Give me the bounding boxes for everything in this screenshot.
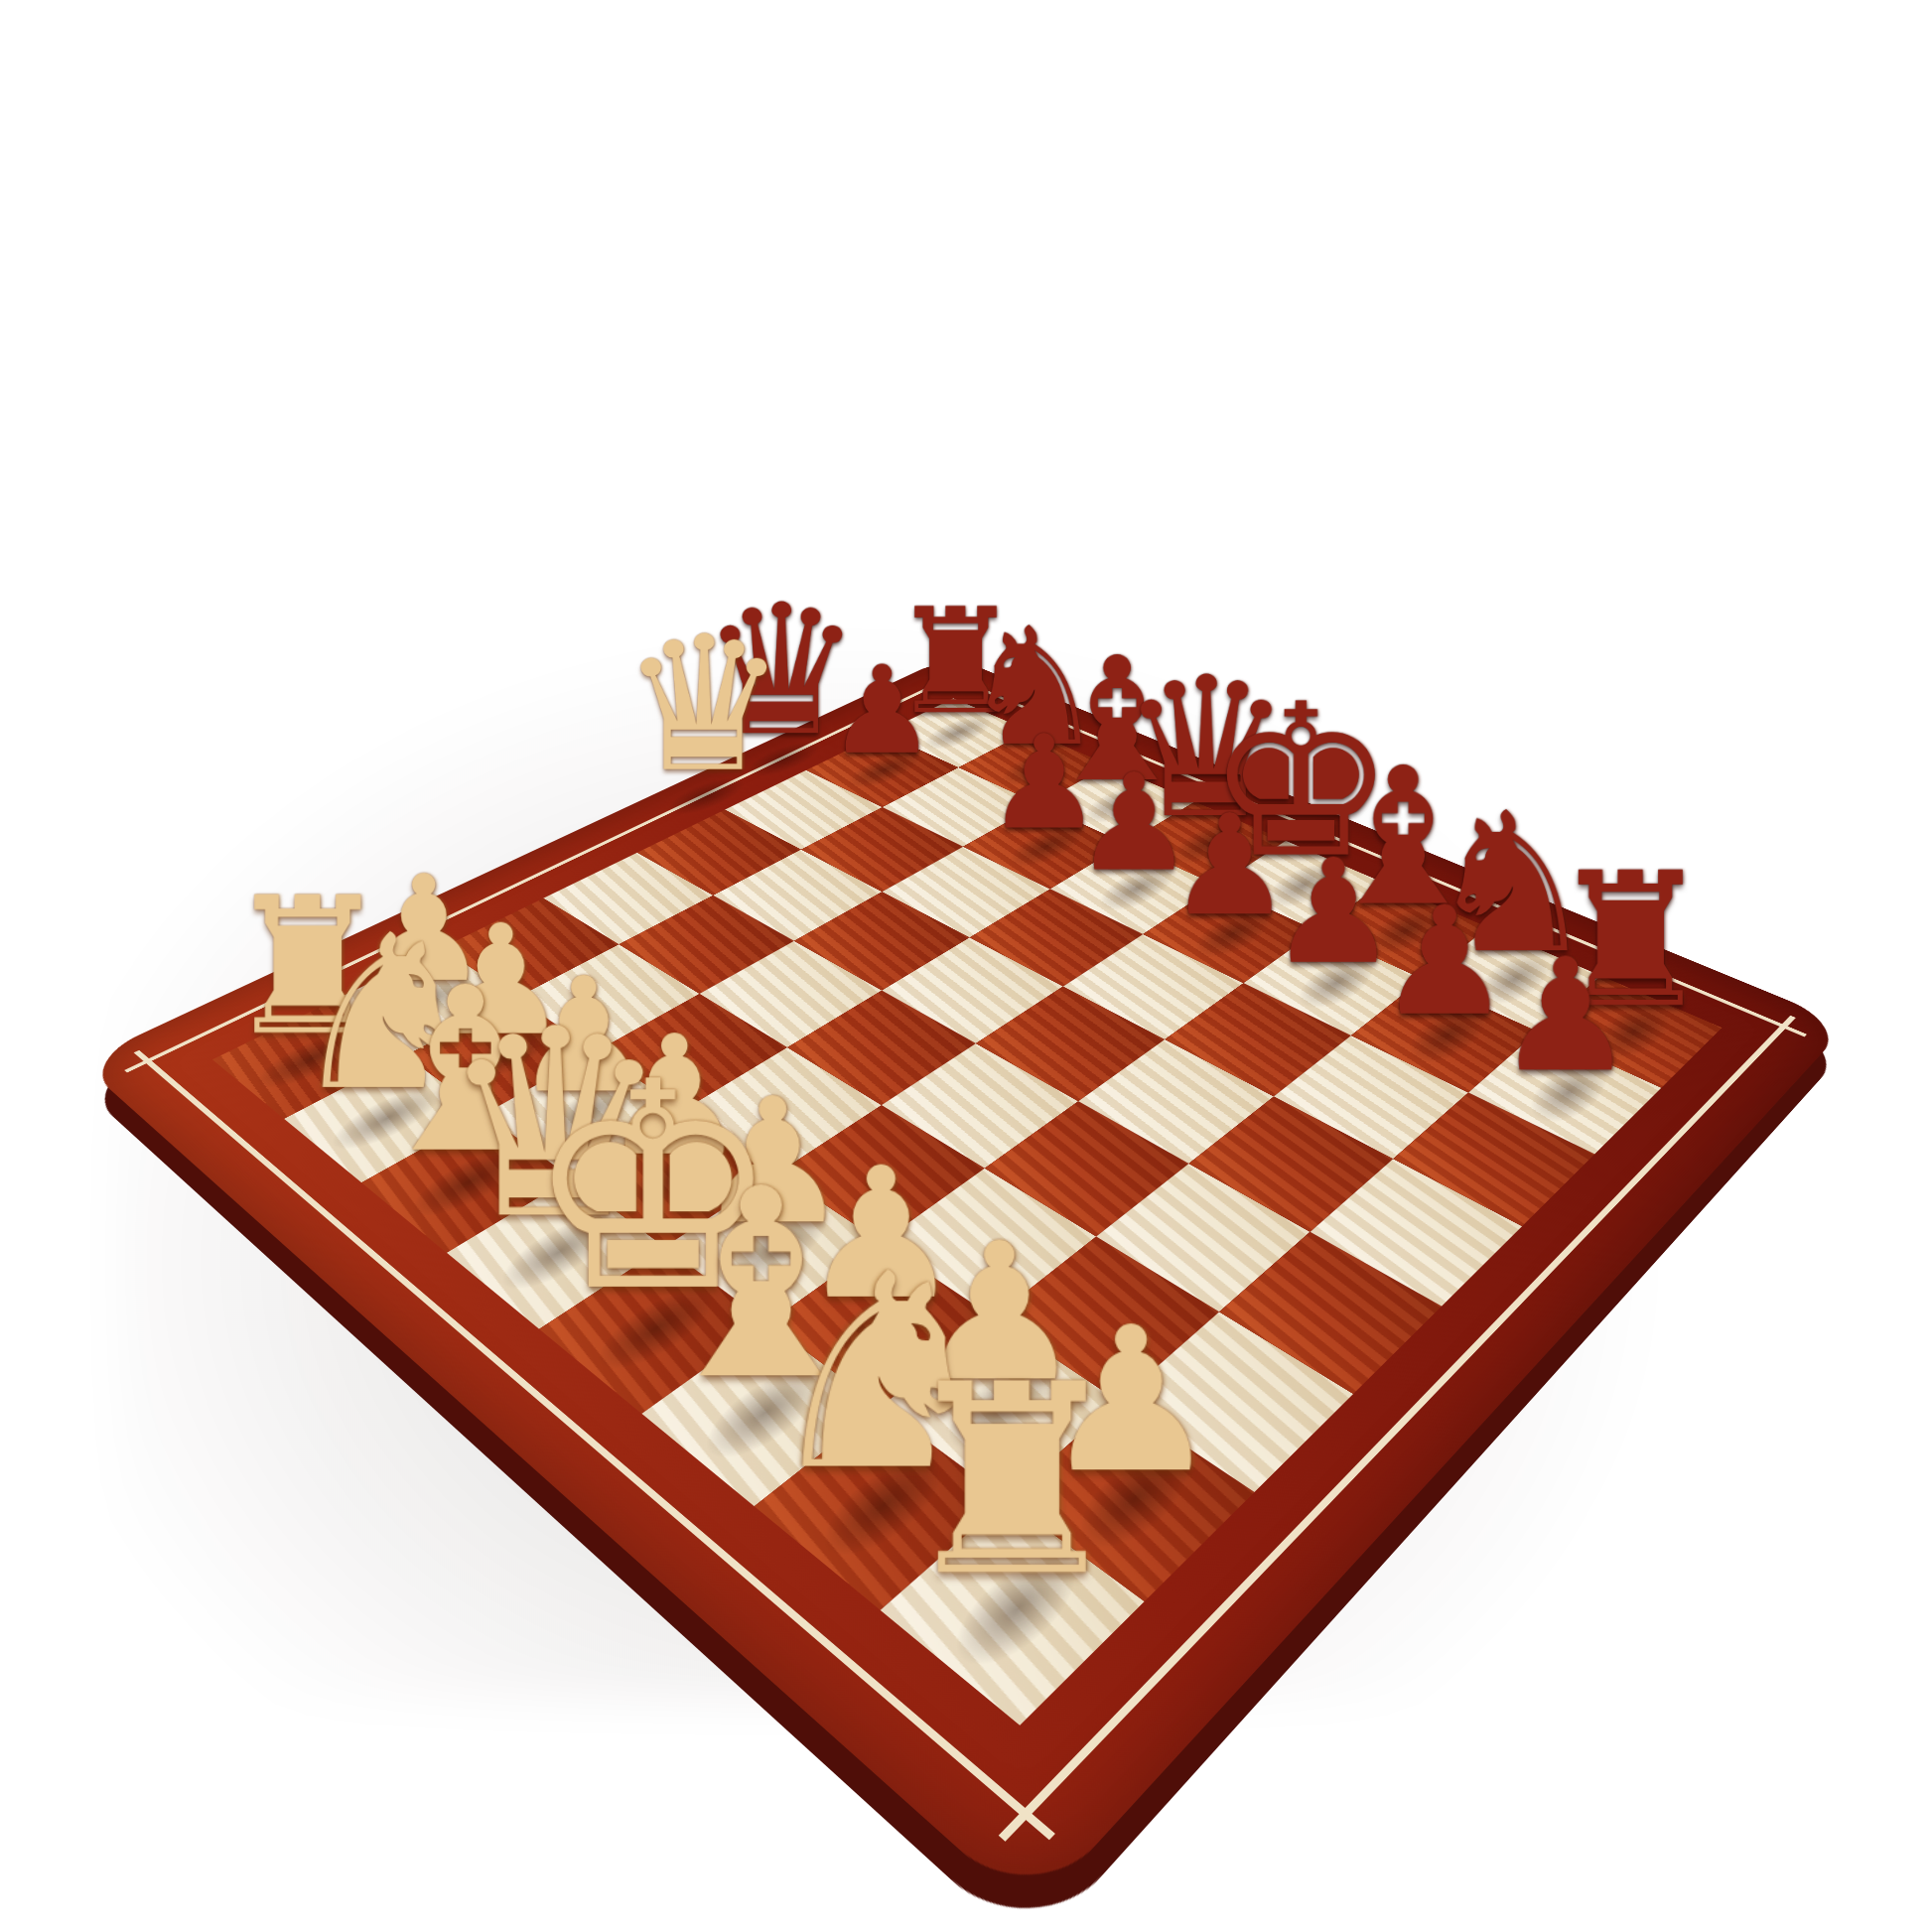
red-pawn-glyph: ♟ — [1495, 938, 1635, 1094]
photo-scene: ♛♛♜♞♟♝♛♟♚♟♝♟♞♟♟♜♟♟♜♟♟♞♟♝♟♛♟♚♟♝♟♞♜ — [0, 0, 1932, 1932]
board-tilt: ♛♛♜♞♟♝♛♟♚♟♝♟♞♟♟♜♟♟♜♟♟♞♟♝♟♛♟♚♟♝♟♞♜ — [79, 655, 1848, 1914]
white-rook-glyph: ♜ — [895, 1349, 1130, 1611]
white-queen-glyph: ♛ — [621, 612, 787, 798]
red-pawn-glyph: ♟ — [828, 650, 937, 771]
red-pawn-glyph: ♟ — [1377, 887, 1511, 1036]
